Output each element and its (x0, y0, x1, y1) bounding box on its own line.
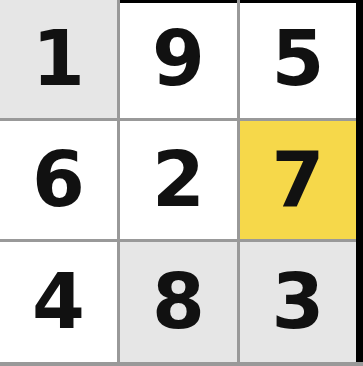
cell-r1c2[interactable]: 9 (120, 0, 237, 118)
cell-r3c2[interactable]: 8 (120, 242, 237, 362)
cell-r2c3[interactable]: 7 (240, 121, 356, 239)
box-border-right (356, 0, 363, 362)
cell-r3c3[interactable]: 3 (240, 242, 356, 362)
sudoku-grid: 1 9 5 6 2 7 4 8 3 (0, 0, 356, 362)
box-border-top-segment-2 (240, 0, 356, 3)
sudoku-board: 1 9 5 6 2 7 4 8 3 (0, 0, 363, 366)
cell-r1c1[interactable]: 1 (0, 0, 117, 118)
cell-r2c1[interactable]: 6 (0, 121, 117, 239)
cell-r1c3[interactable]: 5 (240, 0, 356, 118)
grid-line-bottom (0, 362, 363, 366)
cell-r2c2[interactable]: 2 (120, 121, 237, 239)
cell-r3c1[interactable]: 4 (0, 242, 117, 362)
box-border-top-segment-1 (120, 0, 237, 3)
